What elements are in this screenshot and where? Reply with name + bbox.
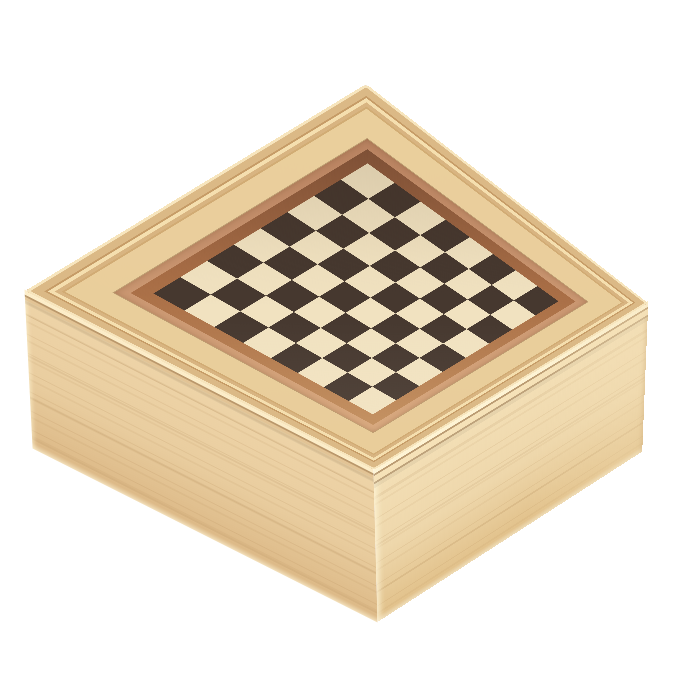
product-photo-scene xyxy=(0,0,700,700)
chessboard xyxy=(153,163,558,414)
